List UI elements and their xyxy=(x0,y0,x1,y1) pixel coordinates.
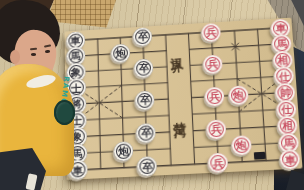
child-ear xyxy=(10,50,20,64)
child: RAMOWE xyxy=(0,0,92,190)
grid-line xyxy=(188,33,194,164)
photo-scene: 汉界 楚河 車馬象士將士象馬車炮炮卒卒卒卒卒兵兵兵兵兵炮炮車馬相仕帥仕相馬車 R… xyxy=(0,0,304,190)
grid-line xyxy=(166,35,171,166)
grid-line xyxy=(258,29,267,160)
grid-line xyxy=(77,160,290,171)
xiangqi-board-grid[interactable] xyxy=(64,18,302,180)
child-eye xyxy=(31,53,36,56)
small-dark-object xyxy=(254,152,266,160)
xiangqi-piece-red[interactable]: 炮 xyxy=(231,135,252,155)
sleeve-badge xyxy=(54,100,75,125)
grid-line xyxy=(75,28,281,41)
xiangqi-board[interactable]: 汉界 楚河 車馬象士將士象馬車炮炮卒卒卒卒卒兵兵兵兵兵炮炮車馬相仕帥仕相馬車 xyxy=(64,18,302,180)
